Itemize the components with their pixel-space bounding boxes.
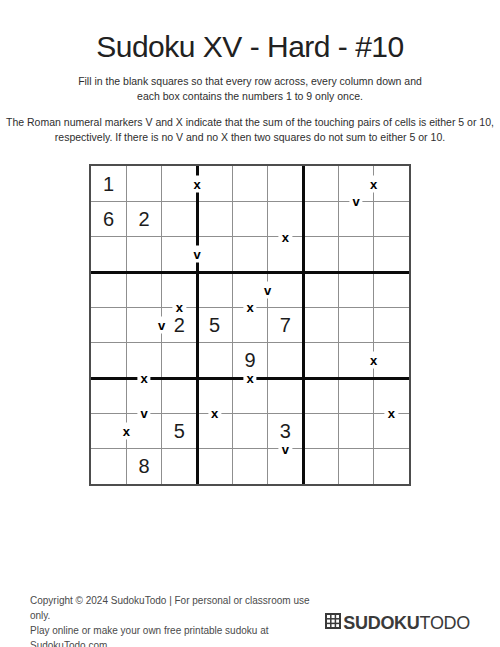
cell-r3c4 xyxy=(197,237,232,272)
cell-r2c7 xyxy=(303,201,338,236)
xv-marker-v-r1c8-down: v xyxy=(349,194,362,209)
cell-r7c8 xyxy=(338,378,373,413)
cell-r2c4 xyxy=(197,201,232,236)
cell-r4c6 xyxy=(268,272,303,307)
cell-r7c1 xyxy=(91,378,126,413)
cell-r2c5 xyxy=(232,201,267,236)
instructions: Fill in the blank squares so that every … xyxy=(0,74,500,104)
cell-r9c4 xyxy=(197,449,232,484)
cell-r3c1 xyxy=(91,237,126,272)
xv-marker-x-r8c1-right: x xyxy=(122,423,131,440)
xv-rules: The Roman numeral markers V and X indica… xyxy=(0,115,500,145)
cell-r4c2 xyxy=(126,272,161,307)
copyright-text: Copyright © 2024 SudokuTodo | For person… xyxy=(30,593,325,647)
cell-r5c1 xyxy=(91,307,126,342)
given-digit-r8c6: 3 xyxy=(280,420,291,443)
instructions-line-2: each box contains the numbers 1 to 9 onl… xyxy=(0,89,500,104)
xv-marker-x-r7c9-down: x xyxy=(385,406,398,421)
given-digit-r5c6: 7 xyxy=(280,314,291,337)
cell-r4c4 xyxy=(197,272,232,307)
copyright-line-1: Copyright © 2024 SudokuTodo | For person… xyxy=(30,593,325,623)
page: Sudoku XV - Hard - #10 Fill in the blank… xyxy=(0,0,500,647)
given-digit-r8c3: 5 xyxy=(174,420,185,443)
cell-r4c9 xyxy=(374,272,409,307)
cell-r9c3 xyxy=(162,449,197,484)
footer: Copyright © 2024 SudokuTodo | For person… xyxy=(30,593,470,647)
given-digit-r9c2: 8 xyxy=(138,455,149,478)
given-digit-r5c4: 5 xyxy=(209,314,220,337)
grid-thin-vline-8 xyxy=(373,166,374,484)
grid-thin-hline-5 xyxy=(91,342,409,343)
cell-r6c1 xyxy=(91,343,126,378)
grid-box-vline-6 xyxy=(302,166,305,484)
sudoku-board: 1622579538xxvvvxxvxxxxxvxxv xyxy=(89,164,411,486)
cell-r1c7 xyxy=(303,166,338,201)
xv-marker-x-r6c5-down: x xyxy=(243,371,256,386)
cell-r5c8 xyxy=(338,307,373,342)
cell-r9c7 xyxy=(303,449,338,484)
logo-text: SUDOKUTODO xyxy=(343,613,470,634)
grid-box-vline-3 xyxy=(196,166,199,484)
xv-marker-x-r4c5-down: x xyxy=(243,300,256,315)
xv-marker-v-r3c3-right: v xyxy=(192,246,201,263)
cell-r3c8 xyxy=(338,237,373,272)
xv-marker-v-r7c2-down: v xyxy=(137,406,150,421)
xv-rules-line-2: respectively. If there is no V and no X … xyxy=(0,130,500,145)
cell-r7c6 xyxy=(268,378,303,413)
grid-box-hline-3 xyxy=(91,271,409,274)
cell-r8c8 xyxy=(338,413,373,448)
grid-icon xyxy=(325,613,341,633)
grid-thin-hline-8 xyxy=(91,448,409,449)
cell-r6c7 xyxy=(303,343,338,378)
cell-r3c7 xyxy=(303,237,338,272)
xv-marker-v-r5c2-right: v xyxy=(157,317,166,334)
cell-r9c1 xyxy=(91,449,126,484)
cell-r1c5 xyxy=(232,166,267,201)
grid-thin-vline-7 xyxy=(338,166,339,484)
cell-r3c2 xyxy=(126,237,161,272)
xv-marker-x-r4c3-down: x xyxy=(173,300,186,315)
xv-marker-v-r8c6-down: v xyxy=(279,441,292,456)
cell-r4c1 xyxy=(91,272,126,307)
cell-r3c9 xyxy=(374,237,409,272)
instructions-line-1: Fill in the blank squares so that every … xyxy=(0,74,500,89)
logo-text-sudoku: SUDOKU xyxy=(343,613,419,633)
cell-r8c7 xyxy=(303,413,338,448)
cell-r2c9 xyxy=(374,201,409,236)
cell-r3c5 xyxy=(232,237,267,272)
cell-r1c9 xyxy=(374,166,409,201)
cell-r5c9 xyxy=(374,307,409,342)
cell-r8c5 xyxy=(232,413,267,448)
xv-marker-x-r1c8-right: x xyxy=(369,175,378,192)
cell-r4c8 xyxy=(338,272,373,307)
xv-marker-x-r7c4-down: x xyxy=(208,406,221,421)
cell-r4c7 xyxy=(303,272,338,307)
given-digit-r1c1: 1 xyxy=(103,172,114,195)
sudokutodo-logo: SUDOKUTODO xyxy=(325,613,470,634)
grid-thin-vline-4 xyxy=(232,166,233,484)
cell-r9c9 xyxy=(374,449,409,484)
cell-r6c6 xyxy=(268,343,303,378)
xv-marker-x-r1c3-right: x xyxy=(192,175,201,192)
cell-r1c4 xyxy=(197,166,232,201)
given-digit-r2c2: 2 xyxy=(138,208,149,231)
cell-r7c7 xyxy=(303,378,338,413)
page-title: Sudoku XV - Hard - #10 xyxy=(0,0,500,64)
grid-thin-vline-5 xyxy=(267,166,268,484)
given-digit-r2c1: 6 xyxy=(103,208,114,231)
given-digit-r5c3: 2 xyxy=(174,314,185,337)
cell-r9c5 xyxy=(232,449,267,484)
given-digit-r6c5: 9 xyxy=(244,349,255,372)
cell-r1c2 xyxy=(126,166,161,201)
cell-r6c4 xyxy=(197,343,232,378)
xv-marker-x-r2c6-down: x xyxy=(279,229,292,244)
xv-marker-x-r6c8-right: x xyxy=(369,352,378,369)
cell-r6c3 xyxy=(162,343,197,378)
xv-marker-x-r6c2-down: x xyxy=(137,371,150,386)
logo-text-todo: TODO xyxy=(420,613,470,633)
grid-thin-hline-2 xyxy=(91,236,409,237)
cell-r6c9 xyxy=(374,343,409,378)
xv-marker-v-r4c5-right: v xyxy=(263,281,272,298)
cell-r2c3 xyxy=(162,201,197,236)
cell-r9c8 xyxy=(338,449,373,484)
copyright-line-2: Play online or make your own free printa… xyxy=(30,623,325,647)
cell-r1c6 xyxy=(268,166,303,201)
cell-r5c7 xyxy=(303,307,338,342)
xv-rules-line-1: The Roman numeral markers V and X indica… xyxy=(0,115,500,130)
cell-r7c3 xyxy=(162,378,197,413)
